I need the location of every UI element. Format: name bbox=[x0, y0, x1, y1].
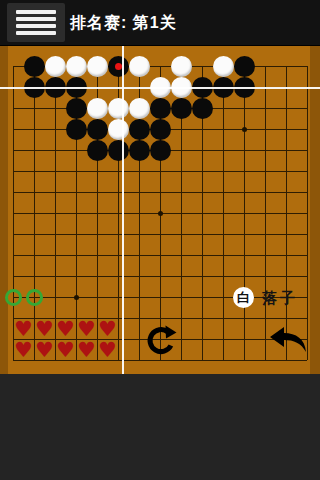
grid-line-horizontal bbox=[13, 276, 307, 277]
life-heart: ♥ bbox=[13, 318, 35, 340]
white-stone bbox=[129, 98, 150, 119]
star-point bbox=[242, 127, 247, 132]
black-stone bbox=[24, 56, 45, 77]
white-stone bbox=[129, 56, 150, 77]
life-heart: ♥ bbox=[97, 318, 119, 340]
star-point bbox=[158, 211, 163, 216]
life-heart: ♥ bbox=[55, 339, 77, 361]
bottom-panel bbox=[0, 374, 320, 480]
black-stone bbox=[150, 98, 171, 119]
white-stone bbox=[45, 56, 66, 77]
grid-line-horizontal bbox=[13, 255, 307, 256]
white-stone bbox=[87, 56, 108, 77]
life-heart: ♥ bbox=[97, 339, 119, 361]
black-stone bbox=[87, 119, 108, 140]
black-stone bbox=[171, 98, 192, 119]
black-stone bbox=[150, 119, 171, 140]
grid-line-vertical bbox=[265, 66, 266, 360]
grid-line-horizontal bbox=[13, 234, 307, 235]
black-stone bbox=[66, 119, 87, 140]
go-board[interactable]: 白 落子 ♥♥♥♥♥♥♥♥♥♥ bbox=[0, 45, 320, 374]
menu-button[interactable] bbox=[7, 3, 65, 42]
life-heart: ♥ bbox=[76, 339, 98, 361]
hint-circle bbox=[26, 289, 43, 306]
white-stone bbox=[108, 98, 129, 119]
life-heart: ♥ bbox=[76, 318, 98, 340]
white-stone bbox=[213, 56, 234, 77]
grid-line-vertical bbox=[307, 66, 308, 360]
undo-icon bbox=[270, 327, 306, 352]
turn-indicator-stone: 白 bbox=[233, 287, 254, 308]
white-stone bbox=[66, 56, 87, 77]
grid-line-vertical bbox=[244, 66, 245, 360]
hamburger-icon bbox=[16, 10, 56, 14]
white-stone bbox=[171, 56, 192, 77]
black-stone bbox=[87, 140, 108, 161]
black-stone bbox=[129, 140, 150, 161]
black-stone bbox=[192, 98, 213, 119]
life-heart: ♥ bbox=[34, 339, 56, 361]
black-stone bbox=[108, 56, 129, 77]
board-edge-left bbox=[0, 45, 8, 374]
life-heart: ♥ bbox=[13, 339, 35, 361]
crosshair-horizontal bbox=[0, 87, 320, 89]
last-move-marker bbox=[115, 63, 122, 70]
crosshair-vertical bbox=[122, 45, 124, 374]
hint-circle bbox=[5, 289, 22, 306]
black-stone bbox=[129, 119, 150, 140]
turn-indicator-label: 落子 bbox=[262, 289, 298, 308]
black-stone bbox=[234, 56, 255, 77]
star-point bbox=[74, 295, 79, 300]
grid-line-vertical bbox=[223, 66, 224, 360]
undo-button[interactable] bbox=[268, 327, 308, 353]
life-heart: ♥ bbox=[34, 318, 56, 340]
black-stone bbox=[66, 98, 87, 119]
white-stone bbox=[87, 98, 108, 119]
board-edge-right bbox=[310, 45, 320, 374]
page-title: 排名赛: 第1关 bbox=[70, 0, 177, 45]
app-bar: 排名赛: 第1关 bbox=[0, 0, 320, 46]
black-stone bbox=[150, 140, 171, 161]
white-stone bbox=[108, 119, 129, 140]
life-heart: ♥ bbox=[55, 318, 77, 340]
restart-button[interactable] bbox=[143, 324, 177, 358]
black-stone bbox=[108, 140, 129, 161]
grid-line-vertical bbox=[286, 66, 287, 360]
